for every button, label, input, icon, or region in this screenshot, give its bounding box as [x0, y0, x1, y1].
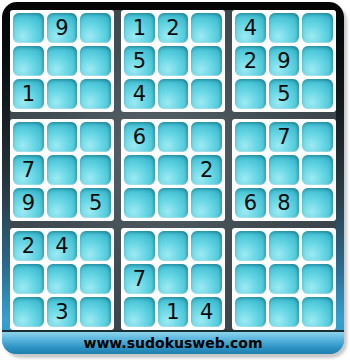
cell-r1c6[interactable] — [191, 13, 222, 43]
cell-r4c3[interactable] — [80, 122, 111, 152]
cell-r9c2[interactable]: 3 — [47, 297, 78, 327]
block-r1c3: 4295 — [232, 10, 336, 112]
cell-r8c3[interactable] — [80, 264, 111, 294]
cell-r8c4[interactable]: 7 — [124, 264, 155, 294]
cell-r4c6[interactable] — [191, 122, 222, 152]
sudoku-page: 911254429579562768243714 www.sudokusweb.… — [0, 0, 350, 360]
cell-r7c5[interactable] — [158, 231, 189, 261]
cell-r3c3[interactable] — [80, 79, 111, 109]
cell-r8c2[interactable] — [47, 264, 78, 294]
cell-r1c2[interactable]: 9 — [47, 13, 78, 43]
cell-r8c7[interactable] — [235, 264, 266, 294]
cell-r8c8[interactable] — [269, 264, 300, 294]
cell-r2c5[interactable] — [158, 46, 189, 76]
cell-r2c9[interactable] — [302, 46, 333, 76]
cell-r1c1[interactable] — [13, 13, 44, 43]
cell-r9c4[interactable] — [124, 297, 155, 327]
cell-r3c9[interactable] — [302, 79, 333, 109]
cell-r8c1[interactable] — [13, 264, 44, 294]
cell-r5c1[interactable]: 7 — [13, 155, 44, 185]
cell-r8c5[interactable] — [158, 264, 189, 294]
sudoku-board: 911254429579562768243714 — [10, 10, 336, 330]
board-frame: 911254429579562768243714 www.sudokusweb.… — [2, 2, 344, 354]
cell-r9c7[interactable] — [235, 297, 266, 327]
cell-r9c8[interactable] — [269, 297, 300, 327]
cell-r2c6[interactable] — [191, 46, 222, 76]
cell-r2c2[interactable] — [47, 46, 78, 76]
cell-r4c2[interactable] — [47, 122, 78, 152]
block-r2c1: 795 — [10, 119, 114, 221]
cell-r6c1[interactable]: 9 — [13, 188, 44, 218]
cell-r2c4[interactable]: 5 — [124, 46, 155, 76]
cell-r4c9[interactable] — [302, 122, 333, 152]
block-r2c3: 768 — [232, 119, 336, 221]
cell-r5c4[interactable] — [124, 155, 155, 185]
cell-r1c9[interactable] — [302, 13, 333, 43]
block-r3c3 — [232, 228, 336, 330]
cell-r4c8[interactable]: 7 — [269, 122, 300, 152]
cell-r2c1[interactable] — [13, 46, 44, 76]
block-r2c2: 62 — [121, 119, 225, 221]
cell-r5c7[interactable] — [235, 155, 266, 185]
cell-r5c3[interactable] — [80, 155, 111, 185]
cell-r7c2[interactable]: 4 — [47, 231, 78, 261]
cell-r9c3[interactable] — [80, 297, 111, 327]
cell-r9c6[interactable]: 4 — [191, 297, 222, 327]
cell-r2c8[interactable]: 9 — [269, 46, 300, 76]
cell-r1c3[interactable] — [80, 13, 111, 43]
cell-r1c4[interactable]: 1 — [124, 13, 155, 43]
cell-r3c4[interactable]: 4 — [124, 79, 155, 109]
cell-r2c3[interactable] — [80, 46, 111, 76]
cell-r9c1[interactable] — [13, 297, 44, 327]
cell-r3c1[interactable]: 1 — [13, 79, 44, 109]
cell-r3c5[interactable] — [158, 79, 189, 109]
cell-r3c8[interactable]: 5 — [269, 79, 300, 109]
cell-r6c2[interactable] — [47, 188, 78, 218]
cell-r6c9[interactable] — [302, 188, 333, 218]
cell-r8c6[interactable] — [191, 264, 222, 294]
block-r3c1: 243 — [10, 228, 114, 330]
cell-r1c5[interactable]: 2 — [158, 13, 189, 43]
cell-r1c7[interactable]: 4 — [235, 13, 266, 43]
cell-r9c5[interactable]: 1 — [158, 297, 189, 327]
cell-r3c7[interactable] — [235, 79, 266, 109]
cell-r5c8[interactable] — [269, 155, 300, 185]
block-r1c2: 1254 — [121, 10, 225, 112]
cell-r6c4[interactable] — [124, 188, 155, 218]
cell-r6c8[interactable]: 8 — [269, 188, 300, 218]
cell-r6c6[interactable] — [191, 188, 222, 218]
cell-r4c4[interactable]: 6 — [124, 122, 155, 152]
cell-r7c1[interactable]: 2 — [13, 231, 44, 261]
cell-r9c9[interactable] — [302, 297, 333, 327]
cell-r7c6[interactable] — [191, 231, 222, 261]
cell-r5c5[interactable] — [158, 155, 189, 185]
block-r1c1: 91 — [10, 10, 114, 112]
cell-r2c7[interactable]: 2 — [235, 46, 266, 76]
block-r3c2: 714 — [121, 228, 225, 330]
cell-r4c5[interactable] — [158, 122, 189, 152]
cell-r7c9[interactable] — [302, 231, 333, 261]
cell-r7c7[interactable] — [235, 231, 266, 261]
cell-r3c6[interactable] — [191, 79, 222, 109]
site-link[interactable]: www.sudokusweb.com — [2, 330, 344, 354]
cell-r5c9[interactable] — [302, 155, 333, 185]
cell-r3c2[interactable] — [47, 79, 78, 109]
cell-r7c3[interactable] — [80, 231, 111, 261]
cell-r4c1[interactable] — [13, 122, 44, 152]
cell-r6c7[interactable]: 6 — [235, 188, 266, 218]
cell-r5c2[interactable] — [47, 155, 78, 185]
cell-r5c6[interactable]: 2 — [191, 155, 222, 185]
cell-r7c4[interactable] — [124, 231, 155, 261]
cell-r4c7[interactable] — [235, 122, 266, 152]
cell-r1c8[interactable] — [269, 13, 300, 43]
cell-r7c8[interactable] — [269, 231, 300, 261]
cell-r6c5[interactable] — [158, 188, 189, 218]
cell-r8c9[interactable] — [302, 264, 333, 294]
cell-r6c3[interactable]: 5 — [80, 188, 111, 218]
